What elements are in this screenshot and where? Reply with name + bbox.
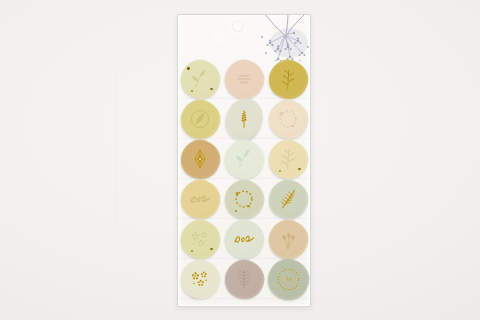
sticker-cell bbox=[178, 139, 222, 179]
hang-hole bbox=[232, 20, 244, 32]
gold-foil-speck bbox=[191, 250, 193, 252]
lavender-spike-icon bbox=[230, 102, 258, 136]
wax-seal-r6c2 bbox=[226, 261, 262, 297]
bokeh-highlight bbox=[214, 33, 223, 42]
wax-seal-r6c1 bbox=[182, 261, 218, 297]
sticker-cell: ½ bbox=[266, 259, 310, 299]
sticker-cell bbox=[222, 99, 266, 139]
sheet-header bbox=[178, 15, 310, 61]
wax-seal-r4c1 bbox=[182, 181, 218, 217]
feather-icon bbox=[273, 184, 303, 214]
text-stamp-icon bbox=[229, 64, 259, 94]
sticker-cell bbox=[266, 59, 310, 99]
seal-grid: ½ bbox=[178, 59, 310, 299]
sticker-cell bbox=[222, 59, 266, 99]
wax-seal-r2c1 bbox=[182, 101, 218, 137]
gold-foil-speck bbox=[210, 88, 213, 90]
sticker-cell bbox=[266, 179, 310, 219]
sticker-cell bbox=[178, 219, 222, 259]
wax-seal-r1c1 bbox=[182, 61, 218, 97]
sticker-cell bbox=[178, 259, 222, 299]
sticker-cell bbox=[266, 99, 310, 139]
wreath-icon bbox=[273, 104, 303, 134]
sticker-cell bbox=[266, 139, 310, 179]
postmark-ring-icon: ½ bbox=[272, 263, 305, 296]
medallion-icon bbox=[185, 144, 215, 174]
gold-florets-icon bbox=[185, 264, 215, 294]
sprig-icon bbox=[229, 144, 259, 174]
gold-foil-speck bbox=[298, 168, 301, 170]
wax-seal-r5c2 bbox=[226, 221, 262, 257]
bokeh-highlight bbox=[224, 18, 231, 25]
wax-seal-r2c3 bbox=[270, 101, 306, 137]
wax-seal-r3c1 bbox=[182, 141, 218, 177]
wax-seal-r5c3 bbox=[270, 221, 306, 257]
wheat-branch-icon bbox=[273, 64, 303, 94]
sticker-cell bbox=[178, 59, 222, 99]
gold-foil-speck bbox=[279, 170, 281, 172]
sticker-cell bbox=[222, 139, 266, 179]
sticker-cell bbox=[178, 99, 222, 139]
sticker-cell bbox=[222, 259, 266, 299]
product-photo: ½ bbox=[0, 0, 480, 320]
backdrop-seam bbox=[115, 70, 116, 220]
sticker-cell bbox=[222, 179, 266, 219]
bouquet-icon bbox=[273, 224, 303, 254]
leaf-ring-icon bbox=[185, 104, 215, 134]
sticker-sheet: ½ bbox=[177, 14, 311, 307]
wax-seal-r4c3 bbox=[270, 181, 306, 217]
wax-seal-r6c3: ½ bbox=[269, 260, 307, 298]
sticker-cell bbox=[222, 219, 266, 259]
bokeh-highlight bbox=[252, 43, 263, 54]
gold-foil-speck bbox=[235, 210, 237, 212]
gold-foil-speck bbox=[210, 248, 213, 250]
gold-foil-speck bbox=[191, 90, 193, 92]
wax-seal-r1c2 bbox=[226, 61, 262, 97]
sticker-cell bbox=[178, 179, 222, 219]
sticker-cell bbox=[266, 219, 310, 259]
wax-seal-r5c1 bbox=[182, 221, 218, 257]
wax-seal-r3c3 bbox=[270, 141, 306, 177]
gold-script-icon bbox=[229, 224, 259, 254]
script-icon bbox=[185, 184, 215, 214]
wax-seal-r3c2 bbox=[226, 141, 262, 177]
postmark-center-text: ½ bbox=[285, 275, 292, 284]
gold-wreath-icon bbox=[229, 184, 259, 214]
wax-seal-r2c2 bbox=[228, 99, 261, 139]
wax-seal-r4c2 bbox=[226, 181, 262, 217]
fern-icon bbox=[229, 264, 259, 294]
wax-seal-r1c3 bbox=[270, 61, 306, 97]
